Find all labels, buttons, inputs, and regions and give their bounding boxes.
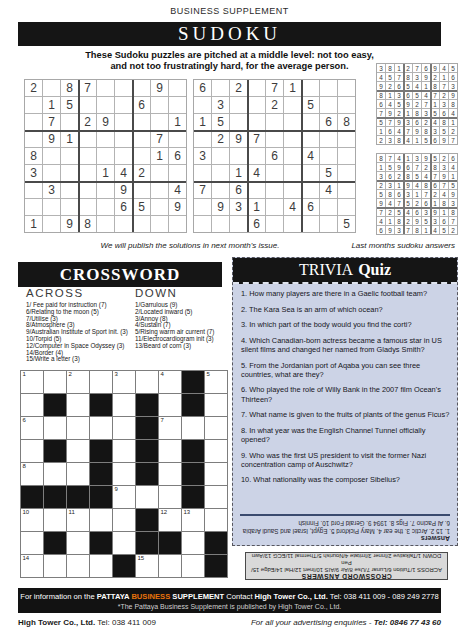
sudoku-cell: 4 xyxy=(320,182,337,198)
sudoku-cell: 1 xyxy=(377,127,385,135)
sudoku-puzzle-1: 287915672919178163142394659198 xyxy=(24,79,187,233)
sudoku-cell: 1 xyxy=(404,154,412,162)
sudoku-cell xyxy=(43,199,60,215)
sudoku-cell xyxy=(25,131,42,147)
sudoku-cell: 9 xyxy=(449,190,457,198)
sudoku-cell: 6 xyxy=(404,163,412,171)
crossword-cell xyxy=(159,394,181,416)
sudoku-cell: 5 xyxy=(386,73,394,81)
sudoku-cell: 7 xyxy=(440,82,448,90)
sudoku-cell: 7 xyxy=(386,118,394,126)
crossword-cell xyxy=(113,463,135,485)
sudoku-cell: 3 xyxy=(431,127,439,135)
sudoku-cell xyxy=(320,199,337,215)
sudoku-cell xyxy=(43,216,60,232)
sudoku-cell: 3 xyxy=(413,154,421,162)
sudoku-cell: 8 xyxy=(377,91,385,99)
sudoku-cell: 7 xyxy=(422,100,430,108)
sudoku-cell xyxy=(338,199,355,215)
sudoku-cell: 3 xyxy=(449,199,457,207)
crossword-grid: 123456789101112131415 xyxy=(20,370,228,578)
crossword-block-cell xyxy=(136,440,158,462)
sudoku-cell: 7 xyxy=(79,80,96,96)
sudoku-cell: 7 xyxy=(266,80,283,96)
crossword-clue-number: 2 xyxy=(69,371,72,377)
sudoku-cell: 9 xyxy=(440,172,448,180)
sudoku-cell: 3 xyxy=(395,91,403,99)
crossword-cell xyxy=(136,486,158,508)
sudoku-cell xyxy=(79,131,96,147)
crossword-block-cell xyxy=(44,486,66,508)
trivia-question: 10. What nationality was the composer Si… xyxy=(241,475,450,484)
sudoku-cell: 1 xyxy=(404,109,412,117)
sudoku-cell xyxy=(302,182,319,198)
sudoku-cell: 4 xyxy=(440,190,448,198)
sudoku-cell xyxy=(284,114,301,130)
sudoku-cell: 3 xyxy=(404,118,412,126)
sudoku-cell xyxy=(320,148,337,164)
sudoku-cell: 8 xyxy=(431,82,439,90)
sudoku-cell: 1 xyxy=(386,217,394,225)
crossword-cell xyxy=(44,463,66,485)
crossword-clue-number: 5 xyxy=(207,371,210,377)
sudoku-cell: 2 xyxy=(377,181,385,189)
sudoku-cell: 8 xyxy=(25,148,42,164)
sudoku-cell: 6 xyxy=(440,217,448,225)
sudoku-cell: 5 xyxy=(413,172,421,180)
sudoku-cell xyxy=(230,97,247,113)
crossword-clue-number: 10 xyxy=(23,509,30,515)
sudoku-cell xyxy=(338,131,355,147)
trivia-question: 5. From the Jordanian port of Aqaba you … xyxy=(241,361,450,379)
page-kicker: BUSINESS SUPPLEMENT xyxy=(0,6,459,16)
sudoku-cell xyxy=(320,216,337,232)
trivia-question: 6. Who played the role of Willy Bank in … xyxy=(241,385,450,403)
sudoku-cell: 9 xyxy=(61,216,78,232)
crossword-cell: 10 xyxy=(21,509,43,531)
sudoku-cell: 3 xyxy=(440,100,448,108)
crossword-clue-number: 11 xyxy=(69,509,75,515)
footer-contact-name: High Tower Co., Ltd. xyxy=(255,592,328,601)
sudoku-cell: 2 xyxy=(395,109,403,117)
sudoku-cell xyxy=(248,182,265,198)
crossword-cell: 1 xyxy=(21,371,43,393)
sudoku-cell xyxy=(194,131,211,147)
sudoku-cell: 6 xyxy=(449,73,457,81)
sudoku-cell: 2 xyxy=(386,208,394,216)
sudoku-cell: 6 xyxy=(422,199,430,207)
sudoku-cell xyxy=(43,148,60,164)
sudoku-box-divider xyxy=(430,64,432,144)
sudoku-cell xyxy=(115,148,132,164)
sudoku-cell: 3 xyxy=(413,73,421,81)
crossword-answers-across: ACROSS 1/Tuition 6/Lunar 7/Use 8/Air 9/A… xyxy=(246,559,447,573)
sudoku-cell xyxy=(43,165,60,181)
sudoku-cell: 4 xyxy=(431,118,439,126)
sudoku-cell xyxy=(248,80,265,96)
sudoku-cell: 6 xyxy=(302,199,319,215)
sudoku-cell xyxy=(97,182,114,198)
crossword-cell xyxy=(67,555,89,577)
sudoku-cell xyxy=(212,182,229,198)
sudoku-cell xyxy=(212,165,229,181)
sudoku-cell xyxy=(320,80,337,96)
sudoku-cell xyxy=(212,216,229,232)
sudoku-box-divider xyxy=(25,130,186,132)
sudoku-cell: 8 xyxy=(61,80,78,96)
crossword-answers-title: CROSSWORD ANSWERS xyxy=(246,573,447,580)
sudoku-cell: 4 xyxy=(404,208,412,216)
sudoku-cell: 6 xyxy=(413,208,421,216)
footer-advertising: For all your advertising enquiries - Tel… xyxy=(251,618,441,627)
sudoku-cell: 7 xyxy=(431,172,439,180)
sudoku-cell: 5 xyxy=(302,97,319,113)
trivia-quiz-box: TRIVIA Quiz 1. How many players are ther… xyxy=(232,257,458,546)
sudoku-cell: 2 xyxy=(230,80,247,96)
sudoku-cell xyxy=(115,97,132,113)
sudoku-cell: 1 xyxy=(248,199,265,215)
sudoku-cell: 1 xyxy=(413,136,421,144)
sudoku-cell: 3 xyxy=(212,97,229,113)
sudoku-cell: 2 xyxy=(386,82,394,90)
sudoku-cell: 1 xyxy=(422,82,430,90)
sudoku-cell: 1 xyxy=(151,148,168,164)
crossword-block-cell xyxy=(44,440,66,462)
sudoku-cell xyxy=(61,182,78,198)
sudoku-cell: 8 xyxy=(338,114,355,130)
sudoku-cell: 2 xyxy=(404,217,412,225)
sudoku-cell: 5 xyxy=(133,199,150,215)
sudoku-cell: 5 xyxy=(422,217,430,225)
crossword-block-cell xyxy=(182,394,204,416)
sudoku-cell: 4 xyxy=(431,226,439,234)
crossword-cell xyxy=(21,394,43,416)
brand-business: BUSINESS xyxy=(131,592,170,601)
sudoku-cell: 1 xyxy=(440,208,448,216)
crossword-clue-number: 6 xyxy=(23,417,26,423)
sudoku-cell: 8 xyxy=(79,216,96,232)
sudoku-cell: 5 xyxy=(377,190,385,198)
sudoku-cell: 8 xyxy=(395,136,403,144)
sudoku-cell: 5 xyxy=(422,136,430,144)
crossword-block-cell xyxy=(44,394,66,416)
sudoku-box-divider xyxy=(377,207,457,209)
footer-bar-line2: *The Pattaya Business Supplement is publ… xyxy=(18,603,441,610)
sudoku-cell: 2 xyxy=(431,190,439,198)
sudoku-cell: 1 xyxy=(61,131,78,147)
sudoku-cell: 4 xyxy=(422,172,430,180)
sudoku-cell: 9 xyxy=(43,131,60,147)
sudoku-cell: 9 xyxy=(422,73,430,81)
sudoku-cell xyxy=(302,216,319,232)
sudoku-cell: 7 xyxy=(151,131,168,147)
sudoku-cell xyxy=(169,131,186,147)
sudoku-cell: 9 xyxy=(151,80,168,96)
crossword-clue-number: 13 xyxy=(184,509,191,515)
sudoku-cell: 1 xyxy=(194,114,211,130)
sudoku-cell: 4 xyxy=(169,182,186,198)
sudoku-cell: 6 xyxy=(422,64,430,72)
sudoku-cell: 7 xyxy=(431,91,439,99)
crossword-block-cell xyxy=(90,486,112,508)
crossword-block-cell xyxy=(67,486,89,508)
crossword-cell xyxy=(159,463,181,485)
crossword-cell xyxy=(159,486,181,508)
crossword-block-cell xyxy=(44,532,66,554)
sudoku-box-divider xyxy=(132,80,134,232)
sudoku-cell: 2 xyxy=(449,226,457,234)
crossword-answers-down: DOWN 1/Talkative 2/Inner 3/Irritate 4/No… xyxy=(246,552,447,559)
sudoku-cell: 7 xyxy=(194,182,211,198)
sudoku-cell: 8 xyxy=(413,109,421,117)
sudoku-cell: 9 xyxy=(386,109,394,117)
crossword-block-cell xyxy=(136,463,158,485)
sudoku-cell: 2 xyxy=(377,136,385,144)
sudoku-cell xyxy=(97,148,114,164)
sudoku-cell: 5 xyxy=(386,163,394,171)
trivia-title-accent: Quiz xyxy=(358,261,391,279)
sudoku-cell: 4 xyxy=(386,100,394,108)
crossword-title-banner: CROSSWORD xyxy=(18,262,222,287)
crossword-cell xyxy=(67,440,89,462)
sudoku-cell xyxy=(284,216,301,232)
sudoku-cell: 8 xyxy=(395,217,403,225)
sudoku-cell xyxy=(284,165,301,181)
sudoku-box-divider xyxy=(403,64,405,144)
sudoku-cell: 5 xyxy=(338,216,355,232)
sudoku-cell: 5 xyxy=(395,208,403,216)
sudoku-cell: 3 xyxy=(43,182,60,198)
sudoku-cell xyxy=(151,216,168,232)
sudoku-cell: 5 xyxy=(395,100,403,108)
crossword-cell xyxy=(182,555,204,577)
sudoku-cell: 5 xyxy=(320,165,337,181)
crossword-clue-number: 9 xyxy=(115,486,118,492)
crossword-cell: 3 xyxy=(113,371,135,393)
sudoku-cell: 9 xyxy=(449,91,457,99)
sudoku-cell: 9 xyxy=(230,131,247,147)
crossword-cell xyxy=(67,417,89,439)
crossword-answers-box: CROSSWORD ANSWERS ACROSS 1/Tuition 6/Lun… xyxy=(245,552,448,580)
sudoku-cell xyxy=(115,131,132,147)
sudoku-cell: 2 xyxy=(413,199,421,207)
sudoku-cell: 1 xyxy=(449,118,457,126)
sudoku-cell xyxy=(302,114,319,130)
sudoku-cell: 2 xyxy=(79,114,96,130)
crossword-cell xyxy=(182,417,204,439)
sudoku-cell xyxy=(61,199,78,215)
sudoku-cell: 9 xyxy=(377,199,385,207)
crossword-cell xyxy=(182,532,204,554)
sudoku-cell: 5 xyxy=(449,181,457,189)
crossword-clue-number: 3 xyxy=(115,371,118,377)
sudoku-cell: 5 xyxy=(377,118,385,126)
crossword-answers-upside-down: CROSSWORD ANSWERS ACROSS 1/Tuition 6/Lun… xyxy=(246,552,447,580)
sudoku-cell: 5 xyxy=(404,82,412,90)
sudoku-cell: 8 xyxy=(422,127,430,135)
sudoku-cell: 6 xyxy=(413,118,421,126)
crossword-cell xyxy=(21,440,43,462)
sudoku-cell xyxy=(338,148,355,164)
crossword-clue-number: 7 xyxy=(161,417,164,423)
sudoku-cell: 5 xyxy=(440,226,448,234)
crossword-cell xyxy=(90,555,112,577)
sudoku-cell xyxy=(230,216,247,232)
sudoku-cell: 1 xyxy=(43,97,60,113)
sudoku-cell xyxy=(284,131,301,147)
sudoku-cell xyxy=(212,80,229,96)
crossword-block-cell xyxy=(90,532,112,554)
sudoku-answers-grid-2: 8741395261596728343628547912319486755863… xyxy=(376,153,458,235)
puzzle-page: BUSINESS SUPPLEMENT SUDOKU These Sudoku … xyxy=(0,0,459,640)
crossword-cell: 13 xyxy=(182,509,204,531)
trivia-question: 9. Who was the first US president to vis… xyxy=(241,451,450,469)
sudoku-cell: 8 xyxy=(440,118,448,126)
footer-info-bar: For information on the PATTAYA BUSINESS … xyxy=(18,588,441,613)
sudoku-cell: 2 xyxy=(440,154,448,162)
trivia-title: TRIVIA xyxy=(299,261,353,279)
trivia-question: 4. Which Canadian-born actress became a … xyxy=(241,336,450,354)
sudoku-box-divider xyxy=(403,154,405,234)
sudoku-cell: 1 xyxy=(97,165,114,181)
sudoku-cell: 2 xyxy=(449,127,457,135)
sudoku-box-divider xyxy=(377,180,457,182)
sudoku-cell: 6 xyxy=(169,148,186,164)
crossword-cell xyxy=(205,463,227,485)
sudoku-cell: 4 xyxy=(449,109,457,117)
sudoku-box-divider xyxy=(247,80,249,232)
sudoku-cell xyxy=(302,80,319,96)
sudoku-cell: 4 xyxy=(302,148,319,164)
trivia-answers-text: 1. 15 2. Arctic 3. the ear 4. Mary Pickf… xyxy=(240,520,450,535)
sudoku-cell: 1 xyxy=(377,163,385,171)
sudoku-cell xyxy=(151,114,168,130)
crossword-cell xyxy=(113,509,135,531)
sudoku-cell: 8 xyxy=(386,190,394,198)
crossword-cell xyxy=(21,532,43,554)
sudoku-cell: 2 xyxy=(413,100,421,108)
sudoku-cell: 4 xyxy=(377,217,385,225)
trivia-question: 7. What name is given to the fruits of p… xyxy=(241,410,450,419)
sudoku-cell: 2 xyxy=(404,64,412,72)
crossword-cell xyxy=(67,394,89,416)
sudoku-cell: 4 xyxy=(449,163,457,171)
sudoku-cell xyxy=(266,216,283,232)
sudoku-cell: 8 xyxy=(404,73,412,81)
sudoku-cell: 8 xyxy=(413,226,421,234)
sudoku-cell: 4 xyxy=(413,181,421,189)
sudoku-cell: 3 xyxy=(404,190,412,198)
sudoku-cell: 1 xyxy=(169,114,186,130)
sudoku-cell: 9 xyxy=(115,182,132,198)
sudoku-box-divider xyxy=(194,130,355,132)
sudoku-cell: 9 xyxy=(413,127,421,135)
sudoku-cell: 2 xyxy=(395,172,403,180)
sudoku-cell xyxy=(97,80,114,96)
sudoku-cell xyxy=(79,182,96,198)
sudoku-cell: 7 xyxy=(404,127,412,135)
trivia-question: 2. The Kara Sea is an arm of which ocean… xyxy=(241,305,450,314)
sudoku-cell xyxy=(194,97,211,113)
crossword-cell xyxy=(44,555,66,577)
sudoku-cell xyxy=(43,80,60,96)
crossword-cell: 2 xyxy=(67,371,89,393)
sudoku-cell: 1 xyxy=(284,80,301,96)
crossword-cell xyxy=(136,371,158,393)
sudoku-cell: 6 xyxy=(431,136,439,144)
sudoku-intro-line1: These Sudoku puzzles are pitched at a mi… xyxy=(0,50,459,61)
brand-pattaya: PATTAYA xyxy=(97,592,132,601)
crossword-block-cell xyxy=(136,394,158,416)
sudoku-cell: 7 xyxy=(449,136,457,144)
sudoku-cell: 9 xyxy=(413,217,421,225)
crossword-cell xyxy=(113,394,135,416)
sudoku-cell: 8 xyxy=(431,163,439,171)
sudoku-cell: 2 xyxy=(440,91,448,99)
crossword-cell xyxy=(67,463,89,485)
crossword-cell: 14 xyxy=(21,555,43,577)
sudoku-cell: 4 xyxy=(115,165,132,181)
sudoku-cell xyxy=(25,182,42,198)
crossword-cell: 12 xyxy=(159,509,181,531)
sudoku-cell xyxy=(266,114,283,130)
crossword-cell xyxy=(90,371,112,393)
sudoku-cell: 6 xyxy=(266,148,283,164)
crossword-block-cell xyxy=(205,555,227,577)
sudoku-cell xyxy=(25,97,42,113)
sudoku-cell xyxy=(133,148,150,164)
crossword-cell: 4 xyxy=(159,371,181,393)
sudoku-cell xyxy=(151,165,168,181)
crossword-cell xyxy=(90,417,112,439)
sudoku-cell xyxy=(230,148,247,164)
sudoku-cell: 1 xyxy=(230,165,247,181)
across-clues: 1/ Fee paid for instruction (7) 6/Relati… xyxy=(26,302,132,363)
sudoku-cell xyxy=(320,97,337,113)
sudoku-cell: 7 xyxy=(43,114,60,130)
sudoku-cell: 5 xyxy=(61,97,78,113)
crossword-block-cell xyxy=(136,417,158,439)
sudoku-cell xyxy=(97,131,114,147)
sudoku-cell: 1 xyxy=(431,199,439,207)
sudoku-cell xyxy=(212,148,229,164)
sudoku-cell: 3 xyxy=(395,226,403,234)
sudoku-cell xyxy=(79,199,96,215)
sudoku-cell xyxy=(25,199,42,215)
sudoku-cell: 1 xyxy=(422,226,430,234)
crossword-cell: 8 xyxy=(21,463,43,485)
trivia-question: 1. How many players are there in a Gaeli… xyxy=(241,289,450,298)
sudoku-cell xyxy=(133,216,150,232)
sudoku-cell: 1 xyxy=(386,91,394,99)
sudoku-cell xyxy=(79,165,96,181)
sudoku-cell: 6 xyxy=(133,97,150,113)
trivia-divider-rule xyxy=(240,514,450,516)
sudoku-cell: 9 xyxy=(431,64,439,72)
sudoku-cell xyxy=(302,131,319,147)
sudoku-cell xyxy=(151,182,168,198)
sudoku-cell xyxy=(194,199,211,215)
sudoku-cell xyxy=(338,80,355,96)
sudoku-cell: 4 xyxy=(422,91,430,99)
crossword-title: CROSSWORD xyxy=(60,265,180,285)
sudoku-cell: 7 xyxy=(413,163,421,171)
sudoku-cell xyxy=(284,97,301,113)
sudoku-cell: 7 xyxy=(248,131,265,147)
sudoku-cell: 6 xyxy=(320,114,337,130)
sudoku-cell: 7 xyxy=(377,208,385,216)
sudoku-cell: 2 xyxy=(422,118,430,126)
